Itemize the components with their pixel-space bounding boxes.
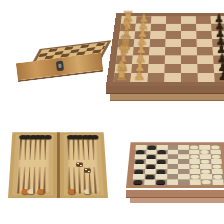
chess-square[interactable] xyxy=(197,64,214,73)
chess-square[interactable] xyxy=(147,73,164,82)
chess-square[interactable] xyxy=(165,55,181,64)
backgammon-half-left xyxy=(12,134,53,195)
backgammon-point[interactable] xyxy=(77,136,80,160)
backgammon-checker-black[interactable] xyxy=(44,135,51,139)
checkers-square[interactable] xyxy=(144,179,156,184)
backgammon-point[interactable] xyxy=(93,167,97,193)
chess-square[interactable] xyxy=(150,31,166,39)
checker-dark[interactable] xyxy=(156,180,165,185)
chess-square[interactable] xyxy=(196,16,211,23)
chess-square[interactable] xyxy=(181,31,197,39)
piece-white-rook[interactable]: ♜ xyxy=(115,67,129,82)
die[interactable] xyxy=(76,162,83,166)
chess-board-front-edge xyxy=(106,86,224,94)
checkers-board[interactable] xyxy=(126,142,224,188)
backgammon-point[interactable] xyxy=(87,136,90,160)
backgammon-hinge xyxy=(57,132,60,198)
photo-backgammon xyxy=(0,112,112,224)
chess-square[interactable]: ♟ xyxy=(130,73,147,82)
chess-square[interactable] xyxy=(149,47,165,55)
chess-square[interactable] xyxy=(164,73,181,82)
checkers-board-folded-lip xyxy=(130,198,224,203)
chess-square[interactable] xyxy=(165,39,181,47)
backgammon-point[interactable] xyxy=(39,136,42,160)
backgammon-point[interactable] xyxy=(29,136,32,160)
chess-square[interactable] xyxy=(149,39,165,47)
checkers-square[interactable] xyxy=(189,179,201,184)
chess-square[interactable] xyxy=(181,39,197,47)
checkers-square[interactable] xyxy=(132,179,144,184)
photo-checkers-setup xyxy=(112,112,224,224)
chess-square[interactable] xyxy=(166,24,181,32)
chess-square[interactable] xyxy=(164,64,181,73)
chess-square[interactable] xyxy=(197,47,213,55)
backgammon-point[interactable] xyxy=(67,136,70,160)
backgammon-point[interactable] xyxy=(72,136,75,160)
backgammon-point[interactable] xyxy=(17,167,21,193)
backgammon-point[interactable] xyxy=(44,136,47,160)
backgammon-board[interactable] xyxy=(8,132,108,198)
checkers-square[interactable] xyxy=(201,179,213,184)
chess-square[interactable]: ♜ xyxy=(113,73,131,82)
chess-square[interactable] xyxy=(196,31,212,39)
checker-light[interactable] xyxy=(202,180,211,185)
closed-box-front xyxy=(16,53,104,82)
chess-board[interactable]: ♜♟♟♜♞♟♟♞♝♟♟♝♛♟♟♛♚♟♟♚♝♟♟♝♞♟♟♞♜♟♟♜ xyxy=(106,13,224,86)
chess-square[interactable] xyxy=(181,16,196,23)
piece-black-pawn[interactable]: ♟ xyxy=(217,70,224,82)
piece-white-pawn[interactable]: ♟ xyxy=(133,70,145,82)
backgammon-point[interactable] xyxy=(43,167,46,193)
chess-square[interactable] xyxy=(197,39,213,47)
checkers-square[interactable] xyxy=(167,179,178,184)
chess-square[interactable] xyxy=(151,16,166,23)
backgammon-point[interactable] xyxy=(34,136,37,160)
chess-board-folded-lip xyxy=(110,94,224,101)
backgammon-half-right xyxy=(63,134,104,195)
clasp-icon xyxy=(56,61,64,72)
chess-square[interactable] xyxy=(148,55,165,64)
chess-square[interactable] xyxy=(150,24,166,32)
chess-square[interactable] xyxy=(198,73,215,82)
backgammon-point[interactable] xyxy=(78,167,81,193)
chess-square[interactable] xyxy=(197,55,214,64)
chess-square[interactable] xyxy=(196,24,212,32)
checkers-square[interactable] xyxy=(178,179,189,184)
chess-square[interactable] xyxy=(166,16,181,23)
chess-square[interactable]: ♟ xyxy=(214,73,224,82)
chess-square[interactable] xyxy=(181,73,198,82)
backgammon-point[interactable] xyxy=(33,167,36,193)
backgammon-point[interactable] xyxy=(19,136,23,160)
chess-square[interactable] xyxy=(181,55,197,64)
chess-square[interactable] xyxy=(181,64,198,73)
chess-square[interactable] xyxy=(165,31,181,39)
chess-square[interactable] xyxy=(165,47,181,55)
checker-dark[interactable] xyxy=(134,180,143,185)
chess-square[interactable] xyxy=(148,64,165,73)
checkers-board-front-edge xyxy=(126,190,224,198)
photo-chess-setup: ♜♟♟♜♞♟♟♞♝♟♟♝♛♟♟♛♚♟♟♚♝♟♟♝♞♟♟♞♜♟♟♜ xyxy=(104,0,224,112)
backgammon-point[interactable] xyxy=(24,136,27,160)
chess-square[interactable] xyxy=(181,47,197,55)
closed-box xyxy=(7,10,110,81)
backgammon-point[interactable] xyxy=(82,136,85,160)
checkers-square[interactable] xyxy=(155,179,167,184)
backgammon-point[interactable] xyxy=(92,136,95,160)
checkers-square[interactable] xyxy=(212,179,224,184)
die[interactable] xyxy=(84,168,91,172)
chess-square[interactable] xyxy=(181,24,196,32)
photo-closed-box xyxy=(0,0,112,112)
backgammon-checker-black[interactable] xyxy=(91,135,99,139)
